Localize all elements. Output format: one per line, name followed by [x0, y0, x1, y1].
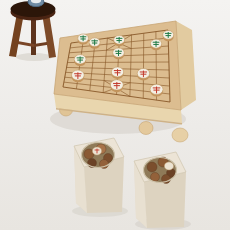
cup-right-piece: [147, 162, 157, 172]
piece-green-soldier: [113, 48, 125, 59]
piece-green-cannon: [89, 38, 100, 49]
photo-scene: [0, 0, 230, 230]
piece-red-general: [110, 80, 123, 92]
piece-red-cannon: [150, 84, 163, 96]
cup-right: [134, 152, 186, 228]
cup-right-piece-face: [164, 162, 173, 170]
xiangqi-set-illustration: [0, 0, 230, 230]
board-top: [54, 21, 181, 110]
piece-green-general: [114, 35, 125, 46]
piece-red-soldier: [137, 68, 149, 80]
piece-green-cannon: [150, 39, 161, 50]
cup-left: [74, 138, 124, 213]
piece-green-horse: [78, 34, 89, 45]
piece-red-cannon: [72, 70, 85, 82]
stool: [9, 0, 56, 58]
piece-red-soldier: [111, 67, 123, 79]
stool-leg: [42, 13, 56, 58]
cup-right-piece: [151, 173, 160, 182]
piece-green-soldier: [74, 55, 86, 67]
piece-green-chariot: [163, 30, 174, 41]
stool-leg: [9, 13, 24, 57]
